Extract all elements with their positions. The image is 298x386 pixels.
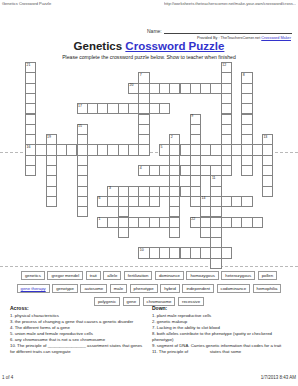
word-bank-item: heterozygous <box>221 271 255 280</box>
grid-cell <box>159 165 170 176</box>
word-bank-item: genetics <box>21 271 45 280</box>
grid-cell <box>262 186 273 197</box>
grid-cell <box>241 165 252 176</box>
clue-item: 6. any chromosome that is not a sex chro… <box>10 337 146 343</box>
instructions: Please complete the crossword puzzle bel… <box>0 54 298 60</box>
cell-number: 16 <box>27 145 31 149</box>
word-bank-item: fertilization <box>124 271 153 280</box>
cell-number: 19 <box>47 135 51 139</box>
cell-number: 10 <box>140 248 144 252</box>
across-clues: 1. physical characteristics3. the proces… <box>10 313 146 355</box>
grid-cell <box>128 103 139 114</box>
grid-cell <box>107 196 118 207</box>
word-bank-item: trait <box>86 271 101 280</box>
crossword-grid: 211612782017915192135411361412210 <box>25 62 293 269</box>
word-bank-item: phenotype <box>130 284 158 293</box>
cell-number: 17 <box>78 104 82 108</box>
cell-number: 3 <box>109 186 111 190</box>
word-bank-item: independent <box>182 284 214 293</box>
cell-number: 14 <box>202 196 206 200</box>
cell-number: 20 <box>130 83 134 87</box>
cell-number: 6 <box>99 196 101 200</box>
clue-item: 8. both alleles contribute to the phenot… <box>152 331 294 342</box>
down-clues: 1. plant male reproductive cells2. genet… <box>152 313 294 355</box>
grid-cell <box>77 206 88 217</box>
grid-cell <box>252 144 263 155</box>
word-bank-item: allele <box>103 271 121 280</box>
grid-cell <box>46 196 57 207</box>
word-bank-item: gregor mendel <box>47 271 83 280</box>
grid-cell <box>118 227 129 238</box>
grid-cell <box>138 144 149 155</box>
clue-item: 10. The principle of ________________ as… <box>10 343 146 354</box>
grid-cell <box>200 227 211 238</box>
clue-item: 3. the process of changing a gene that c… <box>10 319 146 325</box>
grid-cell <box>241 196 252 207</box>
cell-number: 7 <box>140 73 142 77</box>
title-link[interactable]: Crossword Puzzle <box>125 40 224 52</box>
word-bank-item: recessive <box>178 297 204 306</box>
word-bank-row-1: geneticsgregor mendeltraitallelefertiliz… <box>0 271 298 280</box>
word-bank-item: pollen <box>258 271 277 280</box>
clue-item: 4. The different forms of a gene <box>10 325 146 331</box>
page-title: Genetics Crossword Puzzle <box>0 40 298 52</box>
word-bank-item: homozygous <box>186 271 218 280</box>
clue-item: 1. physical characteristics <box>10 313 146 319</box>
grid-cell <box>210 144 221 155</box>
cell-number: 8 <box>243 73 245 77</box>
grid-cell <box>221 165 232 176</box>
grid-cell <box>180 144 191 155</box>
cell-number: 9 <box>191 114 193 118</box>
title-plain: Genetics <box>74 40 123 52</box>
grid-cell <box>149 196 160 207</box>
word-bank-item: genotype <box>52 284 78 293</box>
grid-cell <box>128 144 139 155</box>
grid-cell <box>25 165 36 176</box>
cell-number: 22 <box>191 217 195 221</box>
grid-cell <box>159 103 170 114</box>
grid-cell <box>200 247 211 258</box>
grid-cell <box>210 258 221 269</box>
word-bank-item: male <box>110 284 127 293</box>
name-label: Name: <box>147 28 162 34</box>
grid-cell: 20 <box>128 83 139 94</box>
word-bank-item: codominance <box>217 284 251 293</box>
name-row: Name: <box>147 27 292 34</box>
print-preview-page: Genetics Crossword Puzzle http://workshe… <box>0 0 298 386</box>
cell-number: 2 <box>171 135 173 139</box>
grid-cell <box>159 217 170 228</box>
grid-cell <box>180 165 191 176</box>
grid-cell <box>159 186 170 197</box>
clue-item: 7. Lacking in the ability to clot blood <box>152 325 294 331</box>
word-bank-row-3: polygenicgenechromosomerecessive <box>0 297 298 306</box>
grid-cell <box>35 144 46 155</box>
cell-number: 15 <box>78 124 82 128</box>
name-blank-line <box>164 27 292 34</box>
grid-cell <box>180 186 191 197</box>
clue-item: 5. union male and female reproductive ce… <box>10 331 146 337</box>
cell-number: 11 <box>212 176 216 180</box>
word-bank-item: dominance <box>155 271 184 280</box>
word-bank-item: gene <box>123 297 141 306</box>
clue-item: 11. The principle of states that some <box>152 349 294 355</box>
word-bank-item: chromosome <box>143 297 176 306</box>
grid-cell <box>210 83 221 94</box>
word-bank-item[interactable]: gene therapy <box>17 284 50 293</box>
clue-item: 2. genetic makeup <box>152 319 294 325</box>
grid-cell: 22 <box>190 217 201 228</box>
grid-cell <box>252 217 263 228</box>
footer-page-number: 1 of 4 <box>2 375 13 380</box>
grid-cell <box>221 247 232 258</box>
print-header-url: http://worksheets.theteacherscorner.net/… <box>164 1 296 6</box>
word-bank-item: hemophilia <box>253 284 282 293</box>
cell-number: 4 <box>140 166 142 170</box>
cell-number: 1 <box>99 217 101 221</box>
cell-number: 12 <box>222 63 226 67</box>
cell-number: 5 <box>160 145 162 149</box>
cell-number: 13 <box>263 135 267 139</box>
word-bank-item: autosome <box>80 284 107 293</box>
word-bank-item: polygenic <box>94 297 120 306</box>
print-header-title: Genetics Crossword Puzzle <box>2 1 51 6</box>
grid-cell: 5 <box>159 144 170 155</box>
clue-item: 9. segment of DNA. Carries genetic infor… <box>152 343 294 349</box>
grid-cell <box>231 144 242 155</box>
clue-item: 1. plant male reproductive cells <box>152 313 294 319</box>
grid-cell <box>169 227 180 238</box>
grid-cell <box>66 144 77 155</box>
word-bank-row-2: gene therapygenotypeautosomemalephenotyp… <box>0 284 298 293</box>
footer-timestamp: 1/7/2013 8:43 AM <box>261 375 296 380</box>
grid-cell <box>107 217 118 228</box>
cell-number: 21 <box>27 63 31 67</box>
word-bank-item: hybrid <box>160 284 180 293</box>
